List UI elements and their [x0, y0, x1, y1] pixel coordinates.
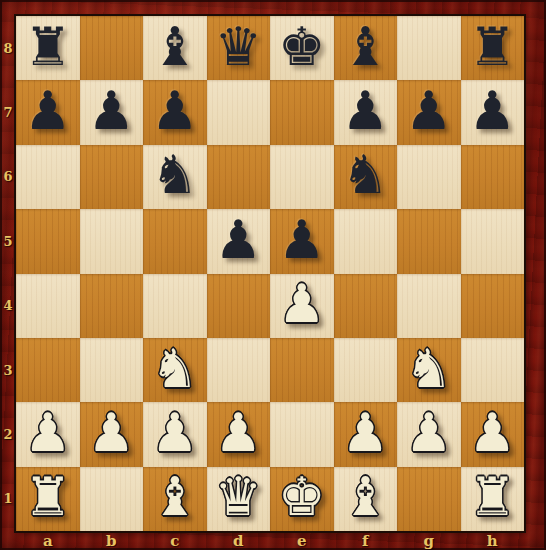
- square-g8[interactable]: [397, 16, 461, 80]
- square-e4[interactable]: ♟: [270, 274, 334, 338]
- square-a5[interactable]: [16, 209, 80, 273]
- piece-white-knight[interactable]: ♞: [405, 342, 453, 395]
- piece-black-pawn[interactable]: ♟: [468, 84, 516, 137]
- square-h2[interactable]: ♟: [461, 402, 525, 466]
- square-c3[interactable]: ♞: [143, 338, 207, 402]
- piece-white-pawn[interactable]: ♟: [87, 406, 135, 459]
- square-e3[interactable]: [270, 338, 334, 402]
- piece-white-pawn[interactable]: ♟: [151, 406, 199, 459]
- rank-label-1: 1: [0, 467, 16, 531]
- square-c6[interactable]: ♞: [143, 145, 207, 209]
- piece-black-pawn[interactable]: ♟: [341, 84, 389, 137]
- piece-white-knight[interactable]: ♞: [151, 342, 199, 395]
- board-frame: 87654321 ♜♝♛♚♝♜♟♟♟♟♟♟♞♞♟♟♟♞♞♟♟♟♟♟♟♟♜♝♛♚♝…: [0, 0, 546, 550]
- square-b5[interactable]: [80, 209, 144, 273]
- square-b2[interactable]: ♟: [80, 402, 144, 466]
- square-e1[interactable]: ♚: [270, 467, 334, 531]
- square-g2[interactable]: ♟: [397, 402, 461, 466]
- file-label-d: d: [207, 531, 271, 550]
- file-label-b: b: [80, 531, 144, 550]
- square-d4[interactable]: [207, 274, 271, 338]
- piece-white-pawn[interactable]: ♟: [24, 406, 72, 459]
- square-b8[interactable]: [80, 16, 144, 80]
- piece-white-bishop[interactable]: ♝: [341, 470, 389, 523]
- file-label-f: f: [334, 531, 398, 550]
- square-f3[interactable]: [334, 338, 398, 402]
- piece-white-bishop[interactable]: ♝: [151, 470, 199, 523]
- rank-label-4: 4: [0, 274, 16, 338]
- square-b4[interactable]: [80, 274, 144, 338]
- square-d6[interactable]: [207, 145, 271, 209]
- piece-white-king[interactable]: ♚: [278, 470, 326, 523]
- square-c7[interactable]: ♟: [143, 80, 207, 144]
- piece-black-king[interactable]: ♚: [278, 20, 326, 73]
- square-e2[interactable]: [270, 402, 334, 466]
- square-b6[interactable]: [80, 145, 144, 209]
- square-g4[interactable]: [397, 274, 461, 338]
- square-h8[interactable]: ♜: [461, 16, 525, 80]
- square-b7[interactable]: ♟: [80, 80, 144, 144]
- square-a4[interactable]: [16, 274, 80, 338]
- square-e6[interactable]: [270, 145, 334, 209]
- rank-label-8: 8: [0, 16, 16, 80]
- piece-white-pawn[interactable]: ♟: [468, 406, 516, 459]
- rank-label-7: 7: [0, 80, 16, 144]
- piece-white-rook[interactable]: ♜: [468, 470, 516, 523]
- square-b1[interactable]: [80, 467, 144, 531]
- piece-black-pawn[interactable]: ♟: [87, 84, 135, 137]
- piece-white-rook[interactable]: ♜: [24, 470, 72, 523]
- square-h4[interactable]: [461, 274, 525, 338]
- piece-black-rook[interactable]: ♜: [468, 20, 516, 73]
- file-labels: abcdefgh: [16, 531, 524, 550]
- piece-white-pawn[interactable]: ♟: [278, 277, 326, 330]
- square-h3[interactable]: [461, 338, 525, 402]
- piece-black-rook[interactable]: ♜: [24, 20, 72, 73]
- piece-black-pawn[interactable]: ♟: [151, 84, 199, 137]
- rank-label-6: 6: [0, 145, 16, 209]
- piece-white-pawn[interactable]: ♟: [214, 406, 262, 459]
- piece-black-pawn[interactable]: ♟: [278, 213, 326, 266]
- square-c8[interactable]: ♝: [143, 16, 207, 80]
- square-d5[interactable]: ♟: [207, 209, 271, 273]
- file-label-a: a: [16, 531, 80, 550]
- square-a6[interactable]: [16, 145, 80, 209]
- square-g7[interactable]: ♟: [397, 80, 461, 144]
- square-a7[interactable]: ♟: [16, 80, 80, 144]
- piece-black-pawn[interactable]: ♟: [24, 84, 72, 137]
- file-label-e: e: [270, 531, 334, 550]
- square-g3[interactable]: ♞: [397, 338, 461, 402]
- piece-black-pawn[interactable]: ♟: [405, 84, 453, 137]
- rank-label-3: 3: [0, 338, 16, 402]
- square-c5[interactable]: [143, 209, 207, 273]
- square-c4[interactable]: [143, 274, 207, 338]
- square-h5[interactable]: [461, 209, 525, 273]
- square-g1[interactable]: [397, 467, 461, 531]
- square-d3[interactable]: [207, 338, 271, 402]
- square-a2[interactable]: ♟: [16, 402, 80, 466]
- square-e7[interactable]: [270, 80, 334, 144]
- file-label-h: h: [461, 531, 525, 550]
- piece-white-pawn[interactable]: ♟: [341, 406, 389, 459]
- square-h1[interactable]: ♜: [461, 467, 525, 531]
- file-label-c: c: [143, 531, 207, 550]
- square-g6[interactable]: [397, 145, 461, 209]
- square-f7[interactable]: ♟: [334, 80, 398, 144]
- square-h7[interactable]: ♟: [461, 80, 525, 144]
- square-f1[interactable]: ♝: [334, 467, 398, 531]
- square-a3[interactable]: [16, 338, 80, 402]
- square-d7[interactable]: [207, 80, 271, 144]
- square-d2[interactable]: ♟: [207, 402, 271, 466]
- square-f5[interactable]: [334, 209, 398, 273]
- chess-board: ♜♝♛♚♝♜♟♟♟♟♟♟♞♞♟♟♟♞♞♟♟♟♟♟♟♟♜♝♛♚♝♜: [16, 16, 524, 531]
- square-e8[interactable]: ♚: [270, 16, 334, 80]
- piece-black-pawn[interactable]: ♟: [214, 213, 262, 266]
- piece-black-queen[interactable]: ♛: [214, 20, 262, 73]
- square-a8[interactable]: ♜: [16, 16, 80, 80]
- square-c2[interactable]: ♟: [143, 402, 207, 466]
- piece-black-bishop[interactable]: ♝: [151, 20, 199, 73]
- square-e5[interactable]: ♟: [270, 209, 334, 273]
- square-h6[interactable]: [461, 145, 525, 209]
- rank-label-2: 2: [0, 402, 16, 466]
- square-a1[interactable]: ♜: [16, 467, 80, 531]
- rank-label-5: 5: [0, 209, 16, 273]
- piece-black-knight[interactable]: ♞: [151, 148, 199, 201]
- piece-black-bishop[interactable]: ♝: [341, 20, 389, 73]
- square-g5[interactable]: [397, 209, 461, 273]
- square-d1[interactable]: ♛: [207, 467, 271, 531]
- piece-black-knight[interactable]: ♞: [341, 148, 389, 201]
- file-label-g: g: [397, 531, 461, 550]
- rank-labels: 87654321: [0, 16, 16, 531]
- square-f6[interactable]: ♞: [334, 145, 398, 209]
- square-f8[interactable]: ♝: [334, 16, 398, 80]
- square-f4[interactable]: [334, 274, 398, 338]
- square-c1[interactable]: ♝: [143, 467, 207, 531]
- piece-white-queen[interactable]: ♛: [214, 470, 262, 523]
- piece-white-pawn[interactable]: ♟: [405, 406, 453, 459]
- square-f2[interactable]: ♟: [334, 402, 398, 466]
- square-b3[interactable]: [80, 338, 144, 402]
- square-d8[interactable]: ♛: [207, 16, 271, 80]
